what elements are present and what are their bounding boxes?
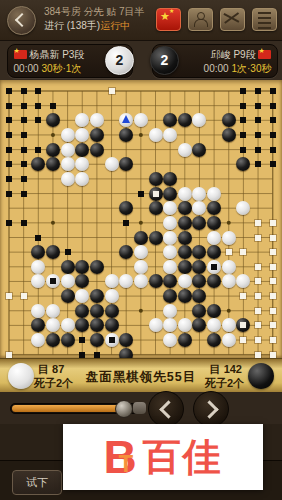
black-stone — [90, 289, 104, 303]
black-stone — [178, 113, 192, 127]
black-stone — [61, 333, 75, 347]
black-stone — [178, 333, 192, 347]
white-territory-marker — [6, 293, 12, 299]
black-dead-count: 死子2个 — [205, 376, 244, 391]
black-territory-marker — [79, 352, 85, 358]
white-stone — [178, 187, 192, 201]
white-territory-marker — [255, 278, 261, 284]
black-stone — [178, 216, 192, 230]
white-stone — [222, 260, 236, 274]
white-territory-marker — [270, 352, 276, 358]
white-territory-marker — [255, 308, 261, 314]
move-slider-cap — [133, 402, 146, 414]
black-stone — [90, 143, 104, 157]
black-territory-marker — [21, 220, 27, 226]
white-stone — [149, 128, 163, 142]
black-territory-marker — [270, 103, 276, 109]
black-territory-marker — [138, 191, 144, 197]
white-stone — [163, 216, 177, 230]
black-territory-marker — [6, 117, 12, 123]
black-territory-marker — [21, 103, 27, 109]
try-move-button[interactable]: 试下 — [12, 470, 62, 495]
white-stone — [61, 172, 75, 186]
dead-white-stone — [207, 260, 221, 274]
black-territory-marker — [240, 147, 246, 153]
dead-stone-mark — [153, 191, 159, 197]
black-stone — [149, 274, 163, 288]
back-icon — [15, 13, 29, 27]
dead-stone-mark — [211, 264, 217, 270]
black-stone — [90, 333, 104, 347]
black-stone — [222, 128, 236, 142]
white-stone — [46, 304, 60, 318]
white-stone — [61, 128, 75, 142]
black-territory-marker — [255, 117, 261, 123]
nav-bar — [0, 392, 282, 424]
white-territory-marker — [270, 264, 276, 270]
black-stone — [46, 143, 60, 157]
black-stone — [105, 304, 119, 318]
white-territory-marker — [255, 235, 261, 241]
black-territory-marker — [240, 117, 246, 123]
black-territory-marker — [255, 103, 261, 109]
white-stone — [163, 128, 177, 142]
black-territory-marker — [123, 220, 129, 226]
white-player-byoyomi: 30秒·1次 — [41, 63, 81, 74]
white-player-time: 00:00 — [14, 63, 39, 74]
baijia-logo: BT 百佳 — [63, 424, 263, 490]
black-stone — [163, 172, 177, 186]
black-territory-marker — [6, 176, 12, 182]
white-stone — [163, 231, 177, 245]
app-screen: 384号房 分先 贴 7目半 进行 (138手)运行中 ★★ 杨鼎新 P3段 — [0, 0, 282, 500]
black-territory-marker — [270, 88, 276, 94]
white-stone — [61, 318, 75, 332]
black-territory-marker — [270, 117, 276, 123]
dead-black-stone — [149, 187, 163, 201]
white-stone — [105, 157, 119, 171]
white-stone — [222, 231, 236, 245]
black-territory-marker — [270, 161, 276, 167]
top-icon-row: ★★ — [156, 8, 277, 31]
black-territory-marker — [21, 176, 27, 182]
black-territory-marker — [94, 352, 100, 358]
white-territory-marker — [255, 352, 261, 358]
status-highlight: 运行中 — [100, 20, 130, 31]
black-territory-marker — [21, 88, 27, 94]
room-info: 384号房 分先 贴 7目半 进行 (138手)运行中 — [44, 5, 145, 33]
black-territory-marker — [6, 220, 12, 226]
black-stone — [178, 289, 192, 303]
prev-move-button[interactable] — [148, 391, 184, 427]
logo-text: 百佳 — [143, 432, 223, 483]
prev-icon — [159, 400, 177, 418]
dead-stone-mark — [240, 322, 246, 328]
room-title: 384号房 分先 贴 7目半 — [44, 5, 145, 19]
black-stone — [149, 172, 163, 186]
white-stone — [31, 260, 45, 274]
black-stone — [75, 143, 89, 157]
black-stone — [207, 216, 221, 230]
move-slider-thumb[interactable] — [115, 400, 133, 418]
logo-t: T — [118, 452, 133, 476]
black-stone — [222, 113, 236, 127]
black-territory-marker — [255, 161, 261, 167]
white-territory-marker — [270, 278, 276, 284]
white-stone — [222, 333, 236, 347]
dead-stone-mark — [50, 278, 56, 284]
white-player-flag-icon — [14, 50, 27, 59]
black-stone — [46, 245, 60, 259]
black-territory-marker — [255, 88, 261, 94]
message-icon[interactable] — [220, 8, 245, 31]
black-territory-marker — [6, 103, 12, 109]
move-slider-fill — [12, 405, 122, 412]
game-status: 进行 (138手)运行中 — [44, 19, 145, 33]
white-stone — [61, 157, 75, 171]
white-stone — [163, 260, 177, 274]
black-territory-marker — [6, 147, 12, 153]
white-stone — [149, 318, 163, 332]
black-territory-marker — [35, 88, 41, 94]
black-stone — [75, 260, 89, 274]
black-stone — [178, 245, 192, 259]
next-icon — [200, 400, 218, 418]
white-stone — [61, 143, 75, 157]
white-stone — [134, 260, 148, 274]
black-stone — [61, 289, 75, 303]
black-territory-marker — [21, 117, 27, 123]
black-player-byoyomi: 1次·30秒 — [231, 63, 271, 74]
black-territory-marker — [255, 147, 261, 153]
black-territory-marker — [255, 132, 261, 138]
white-stone — [134, 245, 148, 259]
black-territory-marker — [65, 249, 71, 255]
white-territory-marker — [270, 235, 276, 241]
black-territory-marker — [240, 132, 246, 138]
china-flag-icon[interactable]: ★★ — [156, 8, 181, 31]
black-territory-marker — [21, 191, 27, 197]
black-territory-marker — [270, 132, 276, 138]
next-move-button[interactable] — [193, 391, 229, 427]
white-territory-marker — [270, 337, 276, 343]
dead-white-stone — [105, 333, 119, 347]
white-territory-marker — [6, 352, 12, 358]
black-stone — [163, 187, 177, 201]
white-territory-marker — [255, 337, 261, 343]
black-stone — [149, 201, 163, 215]
black-stone — [134, 231, 148, 245]
menu-icon[interactable] — [252, 8, 277, 31]
black-territory-marker — [270, 147, 276, 153]
white-stone — [178, 143, 192, 157]
white-capture-badge: 2 — [105, 46, 134, 75]
black-player-name: 邱峻 — [211, 49, 231, 60]
black-territory-marker — [50, 103, 56, 109]
move-slider[interactable] — [10, 403, 146, 414]
black-player-flag-icon — [258, 50, 271, 59]
dead-stone-mark — [109, 337, 115, 343]
white-stone — [207, 231, 221, 245]
black-stone — [90, 304, 104, 318]
white-territory-marker — [270, 220, 276, 226]
black-stone — [149, 231, 163, 245]
black-stone — [61, 260, 75, 274]
black-territory-marker — [6, 88, 12, 94]
top-bar: 384号房 分先 贴 7目半 进行 (138手)运行中 ★★ — [0, 0, 282, 41]
last-move-triangle-icon — [122, 115, 130, 123]
white-stone — [163, 304, 177, 318]
back-button[interactable] — [7, 6, 36, 35]
black-territory-marker — [240, 103, 246, 109]
black-territory-marker — [79, 337, 85, 343]
black-territory-marker — [35, 103, 41, 109]
white-stone — [105, 274, 119, 288]
white-territory-marker — [240, 337, 246, 343]
black-territory-marker — [35, 117, 41, 123]
white-territory-marker — [109, 88, 115, 94]
black-territory-marker — [240, 88, 246, 94]
black-territory-marker — [21, 147, 27, 153]
white-territory-marker — [240, 249, 246, 255]
white-territory-marker — [240, 293, 246, 299]
black-territory-marker — [35, 147, 41, 153]
black-stone — [192, 143, 206, 157]
black-player-time: 00:00 — [204, 63, 229, 74]
white-territory-marker — [255, 293, 261, 299]
white-territory-marker — [270, 293, 276, 299]
black-stone-icon — [248, 363, 274, 389]
black-stone — [105, 318, 119, 332]
black-stone — [207, 304, 221, 318]
black-stone — [90, 260, 104, 274]
black-stone — [90, 128, 104, 142]
white-territory-marker — [255, 322, 261, 328]
black-territory-marker — [6, 132, 12, 138]
black-territory-marker — [21, 161, 27, 167]
white-stone — [31, 304, 45, 318]
white-stone — [61, 274, 75, 288]
white-stone — [105, 289, 119, 303]
white-territory-marker — [270, 322, 276, 328]
black-stone — [178, 231, 192, 245]
white-stone — [207, 187, 221, 201]
white-territory-marker — [255, 264, 261, 270]
score-bar: 目 87 死子2个 盘面黑棋领先55目 目 142 死子2个 — [0, 358, 282, 394]
white-player-rank: P3段 — [62, 49, 84, 60]
white-player-name: 杨鼎新 — [29, 49, 59, 60]
white-territory-marker — [255, 220, 261, 226]
black-capture-badge: 2 — [150, 46, 179, 75]
black-player-rank: P9段 — [233, 49, 255, 60]
black-territory-marker — [6, 161, 12, 167]
black-stone — [178, 260, 192, 274]
white-territory-marker — [270, 249, 276, 255]
black-territory-marker — [6, 191, 12, 197]
white-territory-marker — [21, 293, 27, 299]
white-territory-marker — [270, 308, 276, 314]
black-territory-marker — [21, 132, 27, 138]
black-stone — [75, 304, 89, 318]
black-points: 目 142 — [210, 362, 242, 377]
black-stone — [46, 333, 60, 347]
white-territory-marker — [226, 249, 232, 255]
black-territory-marker — [35, 235, 41, 241]
go-board[interactable] — [0, 80, 282, 358]
white-stone — [192, 187, 206, 201]
black-stone — [178, 201, 192, 215]
profile-icon[interactable] — [188, 8, 213, 31]
